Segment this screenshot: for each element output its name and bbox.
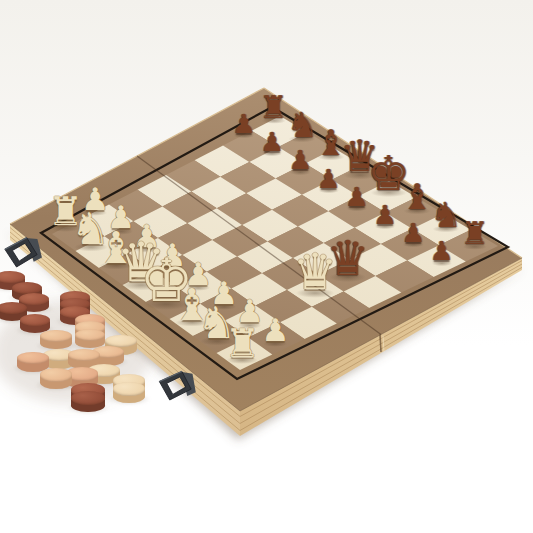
checker-disc-light[interactable] [40, 330, 71, 350]
checker-disc-dark[interactable] [71, 391, 104, 412]
chess-piece-white-queen[interactable]: ♛ [293, 249, 338, 299]
chess-piece-black-pawn[interactable]: ♟ [288, 148, 312, 175]
chess-piece-white-rook[interactable]: ♜ [224, 325, 259, 364]
chess-piece-black-pawn[interactable]: ♟ [260, 129, 284, 156]
chess-board [0, 0, 533, 533]
chess-piece-black-pawn[interactable]: ♟ [317, 166, 341, 193]
chess-piece-black-pawn[interactable]: ♟ [373, 202, 397, 229]
chess-piece-black-rook[interactable]: ♜ [461, 218, 489, 250]
wooden-chess-set-photo: ♜♞♝♛♚♝♞♜♟♟♟♟♟♟♟♟♛♛♟♟♟♟♟♟♟♟♜♞♝♛♚♝♞♜ [0, 0, 533, 533]
chess-piece-black-knight[interactable]: ♞ [430, 197, 461, 232]
chess-piece-black-pawn[interactable]: ♟ [345, 184, 369, 211]
chess-piece-black-rook[interactable]: ♜ [259, 91, 287, 123]
checker-disc-light[interactable] [113, 382, 146, 403]
chess-piece-black-pawn[interactable]: ♟ [430, 238, 454, 265]
fold-seam-rim [380, 335, 381, 353]
chess-piece-white-pawn[interactable]: ♟ [261, 316, 289, 347]
chess-piece-black-bishop[interactable]: ♝ [402, 179, 433, 214]
chess-piece-black-knight[interactable]: ♞ [287, 107, 318, 142]
checker-disc-light[interactable] [40, 368, 73, 389]
chess-piece-black-pawn[interactable]: ♟ [401, 220, 425, 247]
chess-piece-black-pawn[interactable]: ♟ [232, 111, 256, 138]
